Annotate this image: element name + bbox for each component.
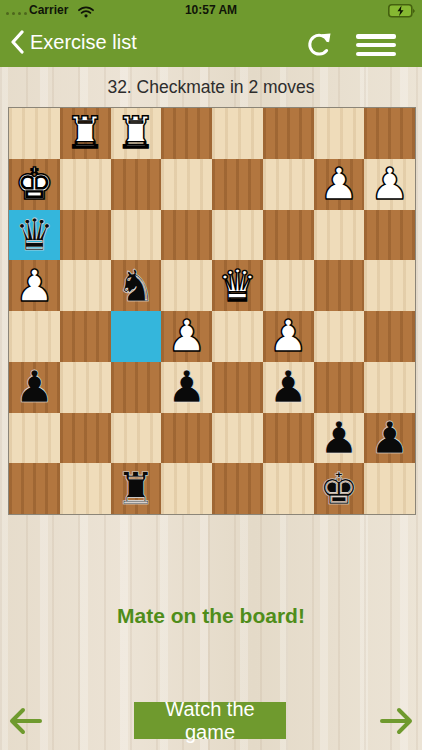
- square-c2[interactable]: [111, 413, 162, 464]
- square-b6[interactable]: [60, 210, 111, 261]
- square-b1[interactable]: [60, 463, 111, 514]
- white-pawn-h7: ♟: [370, 162, 409, 206]
- square-g5[interactable]: [314, 260, 365, 311]
- square-a3[interactable]: ♟: [9, 362, 60, 413]
- status-bar: Carrier 10:57 AM: [0, 0, 422, 22]
- square-d8[interactable]: [161, 108, 212, 159]
- square-e4[interactable]: [212, 311, 263, 362]
- back-button-label: Exercise list: [30, 31, 137, 54]
- square-e1[interactable]: [212, 463, 263, 514]
- square-a2[interactable]: [9, 413, 60, 464]
- square-d4[interactable]: ♟: [161, 311, 212, 362]
- status-time: 10:57 AM: [0, 3, 422, 17]
- square-d6[interactable]: [161, 210, 212, 261]
- square-h4[interactable]: [364, 311, 415, 362]
- black-pawn-a3: ♟: [15, 365, 54, 409]
- black-pawn-g2: ♟: [319, 416, 358, 460]
- black-king-g1: ♚: [319, 467, 358, 511]
- white-pawn-f4: ♟: [268, 314, 307, 358]
- square-c7[interactable]: [111, 159, 162, 210]
- square-h2[interactable]: ♟: [364, 413, 415, 464]
- status-message: Mate on the board!: [0, 604, 422, 628]
- square-g6[interactable]: [314, 210, 365, 261]
- square-h8[interactable]: [364, 108, 415, 159]
- square-b4[interactable]: [60, 311, 111, 362]
- square-e8[interactable]: [212, 108, 263, 159]
- square-c5[interactable]: ♞: [111, 260, 162, 311]
- square-b8[interactable]: ♜: [60, 108, 111, 159]
- white-pawn-a5: ♟: [15, 264, 54, 308]
- watch-game-button[interactable]: Watch the game: [134, 702, 286, 739]
- square-f7[interactable]: [263, 159, 314, 210]
- square-g3[interactable]: [314, 362, 365, 413]
- battery-icon: [388, 4, 416, 22]
- square-h5[interactable]: [364, 260, 415, 311]
- square-d1[interactable]: [161, 463, 212, 514]
- nav-bar: Exercise list: [0, 22, 422, 67]
- square-g1[interactable]: ♚: [314, 463, 365, 514]
- white-queen-e5: ♛: [218, 264, 257, 308]
- menu-button[interactable]: [356, 34, 396, 56]
- square-g2[interactable]: ♟: [314, 413, 365, 464]
- refresh-icon: [304, 30, 334, 60]
- white-pawn-g7: ♟: [319, 162, 358, 206]
- square-e3[interactable]: [212, 362, 263, 413]
- square-e5[interactable]: ♛: [212, 260, 263, 311]
- square-c3[interactable]: [111, 362, 162, 413]
- square-b3[interactable]: [60, 362, 111, 413]
- square-f2[interactable]: [263, 413, 314, 464]
- square-h7[interactable]: ♟: [364, 159, 415, 210]
- puzzle-title: 32. Checkmate in 2 moves: [0, 77, 422, 98]
- black-rook-c1: ♜: [116, 467, 155, 511]
- square-h1[interactable]: [364, 463, 415, 514]
- square-e2[interactable]: [212, 413, 263, 464]
- square-f8[interactable]: [263, 108, 314, 159]
- square-f6[interactable]: [263, 210, 314, 261]
- black-pawn-h2: ♟: [370, 416, 409, 460]
- square-e6[interactable]: [212, 210, 263, 261]
- square-h6[interactable]: [364, 210, 415, 261]
- square-a4[interactable]: [9, 311, 60, 362]
- square-c1[interactable]: ♜: [111, 463, 162, 514]
- square-d2[interactable]: [161, 413, 212, 464]
- square-f3[interactable]: ♟: [263, 362, 314, 413]
- square-d5[interactable]: [161, 260, 212, 311]
- square-a6[interactable]: ♛: [9, 210, 60, 261]
- square-e7[interactable]: [212, 159, 263, 210]
- square-b2[interactable]: [60, 413, 111, 464]
- square-d7[interactable]: [161, 159, 212, 210]
- black-queen-a6: ♛: [15, 213, 54, 257]
- black-pawn-f3: ♟: [268, 365, 307, 409]
- square-h3[interactable]: [364, 362, 415, 413]
- left-arrow-icon: [9, 705, 43, 737]
- refresh-button[interactable]: [304, 30, 334, 60]
- previous-exercise-button[interactable]: [9, 705, 43, 737]
- square-c8[interactable]: ♜: [111, 108, 162, 159]
- black-knight-c5: ♞: [116, 264, 155, 308]
- square-b7[interactable]: [60, 159, 111, 210]
- black-pawn-d3: ♟: [167, 365, 206, 409]
- back-chevron-icon: [10, 30, 24, 54]
- square-a7[interactable]: ♚: [9, 159, 60, 210]
- white-pawn-d4: ♟: [167, 314, 206, 358]
- square-b5[interactable]: [60, 260, 111, 311]
- square-c4[interactable]: [111, 311, 162, 362]
- white-rook-b8: ♜: [65, 111, 104, 155]
- square-a1[interactable]: [9, 463, 60, 514]
- back-button[interactable]: Exercise list: [10, 30, 137, 54]
- square-a8[interactable]: [9, 108, 60, 159]
- square-a5[interactable]: ♟: [9, 260, 60, 311]
- square-g7[interactable]: ♟: [314, 159, 365, 210]
- square-g8[interactable]: [314, 108, 365, 159]
- square-g4[interactable]: [314, 311, 365, 362]
- right-arrow-icon: [379, 705, 413, 737]
- white-rook-c8: ♜: [116, 111, 155, 155]
- chess-board: ♜♜♚♟♟♛♟♞♛♟♟♟♟♟♟♟♜♚: [8, 107, 416, 515]
- next-exercise-button[interactable]: [379, 705, 413, 737]
- square-d3[interactable]: ♟: [161, 362, 212, 413]
- square-c6[interactable]: [111, 210, 162, 261]
- white-king-a7: ♚: [15, 162, 54, 206]
- top-chrome: Carrier 10:57 AM Exercise list: [0, 0, 422, 67]
- square-f5[interactable]: [263, 260, 314, 311]
- square-f1[interactable]: [263, 463, 314, 514]
- square-f4[interactable]: ♟: [263, 311, 314, 362]
